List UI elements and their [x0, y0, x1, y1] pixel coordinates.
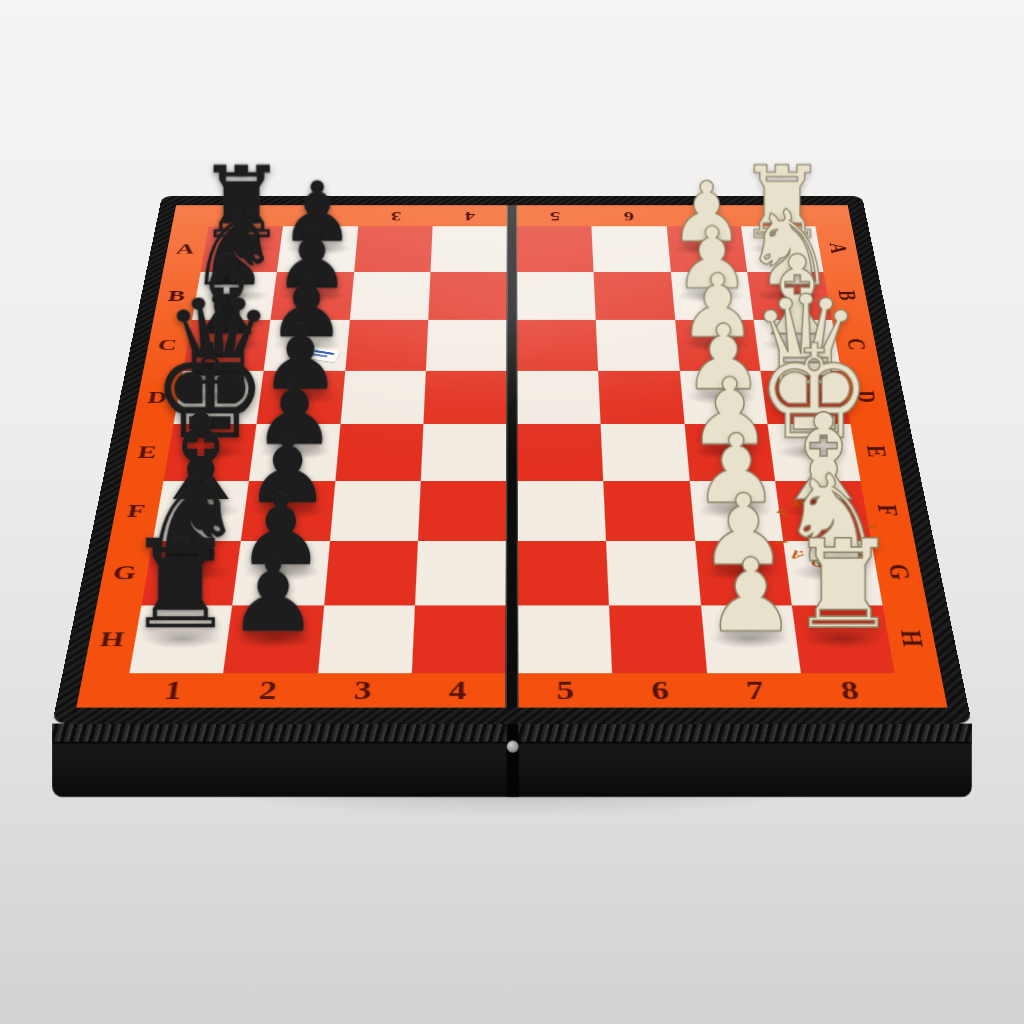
folding-chess-board: 1122334455667788AABBCCDDEEFFGGHH ĐẠI PHÁ… — [52, 196, 972, 724]
product-photo: 1122334455667788AABBCCDDEEFFGGHH ĐẠI PHÁ… — [0, 0, 1024, 1024]
piece-white-rook-8H: ♜ — [774, 528, 914, 650]
board-front-edge — [52, 724, 972, 798]
front-edge-gap — [506, 724, 518, 798]
piece-black-pawn-2H: ♟ — [203, 548, 343, 650]
hinge-pin — [506, 741, 518, 753]
chess-board-scene: 1122334455667788AABBCCDDEEFFGGHH ĐẠI PHÁ… — [162, 196, 862, 896]
